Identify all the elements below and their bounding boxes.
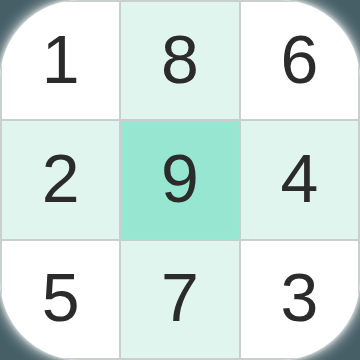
screen-background: 1 8 6 2 9 4 5 7 3	[0, 0, 360, 360]
grid-cell-r2c1: 7	[121, 241, 238, 358]
grid-cell-r1c1: 9	[121, 121, 238, 238]
grid-cell-r0c2: 6	[241, 2, 358, 119]
puzzle-app-icon[interactable]: 1 8 6 2 9 4 5 7 3	[0, 0, 360, 360]
grid-cell-r2c2: 3	[241, 241, 358, 358]
grid-cell-r0c0: 1	[2, 2, 119, 119]
grid-cell-r1c2: 4	[241, 121, 358, 238]
grid-cell-r1c0: 2	[2, 121, 119, 238]
sudoku-grid: 1 8 6 2 9 4 5 7 3	[0, 0, 360, 360]
grid-cell-r2c0: 5	[2, 241, 119, 358]
grid-cell-r0c1: 8	[121, 2, 238, 119]
